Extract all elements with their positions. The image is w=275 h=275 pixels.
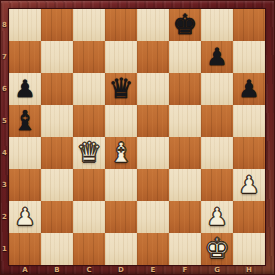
file-label-e: E — [137, 265, 169, 275]
square-e5[interactable] — [137, 105, 169, 137]
square-b5[interactable] — [41, 105, 73, 137]
square-c1[interactable] — [73, 233, 105, 265]
square-f8[interactable]: ♚ — [169, 9, 201, 41]
square-f7[interactable] — [169, 41, 201, 73]
square-g4[interactable] — [201, 137, 233, 169]
square-f4[interactable] — [169, 137, 201, 169]
square-f3[interactable] — [169, 169, 201, 201]
piece-white-king[interactable]: ♚ — [201, 233, 233, 265]
square-h4[interactable] — [233, 137, 265, 169]
square-a1[interactable] — [9, 233, 41, 265]
square-h1[interactable] — [233, 233, 265, 265]
square-e8[interactable] — [137, 9, 169, 41]
square-d7[interactable] — [105, 41, 137, 73]
square-e1[interactable] — [137, 233, 169, 265]
piece-white-pawn[interactable]: ♟ — [9, 201, 41, 233]
piece-black-queen[interactable]: ♛ — [105, 73, 137, 105]
rank-labels: 87654321 — [0, 9, 9, 265]
file-label-c: C — [73, 265, 105, 275]
square-a7[interactable] — [9, 41, 41, 73]
rank-label-1: 1 — [0, 233, 9, 265]
chess-board-window: ♚♟♟♛♟♝♛♝♟♟♟♚ 87654321 ABCDEFGH — [0, 0, 275, 275]
square-h7[interactable] — [233, 41, 265, 73]
square-b6[interactable] — [41, 73, 73, 105]
file-label-f: F — [169, 265, 201, 275]
square-c6[interactable] — [73, 73, 105, 105]
square-c7[interactable] — [73, 41, 105, 73]
square-g1[interactable]: ♚ — [201, 233, 233, 265]
square-d6[interactable]: ♛ — [105, 73, 137, 105]
square-h2[interactable] — [233, 201, 265, 233]
square-a8[interactable] — [9, 9, 41, 41]
square-b3[interactable] — [41, 169, 73, 201]
file-label-g: G — [201, 265, 233, 275]
square-a6[interactable]: ♟ — [9, 73, 41, 105]
square-d5[interactable] — [105, 105, 137, 137]
square-d1[interactable] — [105, 233, 137, 265]
square-c5[interactable] — [73, 105, 105, 137]
rank-label-8: 8 — [0, 9, 9, 41]
square-a3[interactable] — [9, 169, 41, 201]
square-b1[interactable] — [41, 233, 73, 265]
square-e3[interactable] — [137, 169, 169, 201]
square-b4[interactable] — [41, 137, 73, 169]
rank-label-6: 6 — [0, 73, 9, 105]
file-label-h: H — [233, 265, 265, 275]
square-g3[interactable] — [201, 169, 233, 201]
square-c8[interactable] — [73, 9, 105, 41]
rank-label-2: 2 — [0, 201, 9, 233]
file-label-d: D — [105, 265, 137, 275]
square-b8[interactable] — [41, 9, 73, 41]
square-f5[interactable] — [169, 105, 201, 137]
square-d3[interactable] — [105, 169, 137, 201]
square-e2[interactable] — [137, 201, 169, 233]
square-c2[interactable] — [73, 201, 105, 233]
square-d2[interactable] — [105, 201, 137, 233]
piece-black-pawn[interactable]: ♟ — [201, 41, 233, 73]
square-g2[interactable]: ♟ — [201, 201, 233, 233]
file-labels: ABCDEFGH — [9, 265, 265, 275]
square-h5[interactable] — [233, 105, 265, 137]
piece-black-king[interactable]: ♚ — [169, 9, 201, 41]
piece-black-bishop[interactable]: ♝ — [9, 105, 41, 137]
square-b2[interactable] — [41, 201, 73, 233]
square-g5[interactable] — [201, 105, 233, 137]
square-f1[interactable] — [169, 233, 201, 265]
piece-white-pawn[interactable]: ♟ — [233, 169, 265, 201]
piece-black-pawn[interactable]: ♟ — [9, 73, 41, 105]
piece-white-queen[interactable]: ♛ — [73, 137, 105, 169]
square-h3[interactable]: ♟ — [233, 169, 265, 201]
rank-label-7: 7 — [0, 41, 9, 73]
piece-black-pawn[interactable]: ♟ — [233, 73, 265, 105]
square-a5[interactable]: ♝ — [9, 105, 41, 137]
square-f2[interactable] — [169, 201, 201, 233]
square-g7[interactable]: ♟ — [201, 41, 233, 73]
square-a2[interactable]: ♟ — [9, 201, 41, 233]
rank-label-3: 3 — [0, 169, 9, 201]
square-c3[interactable] — [73, 169, 105, 201]
square-e6[interactable] — [137, 73, 169, 105]
square-f6[interactable] — [169, 73, 201, 105]
square-h8[interactable] — [233, 9, 265, 41]
square-e4[interactable] — [137, 137, 169, 169]
file-label-b: B — [41, 265, 73, 275]
board: ♚♟♟♛♟♝♛♝♟♟♟♚ — [9, 9, 265, 265]
square-c4[interactable]: ♛ — [73, 137, 105, 169]
rank-label-4: 4 — [0, 137, 9, 169]
piece-white-pawn[interactable]: ♟ — [201, 201, 233, 233]
square-d8[interactable] — [105, 9, 137, 41]
square-h6[interactable]: ♟ — [233, 73, 265, 105]
rank-label-5: 5 — [0, 105, 9, 137]
square-g6[interactable] — [201, 73, 233, 105]
square-a4[interactable] — [9, 137, 41, 169]
piece-white-bishop[interactable]: ♝ — [105, 137, 137, 169]
square-d4[interactable]: ♝ — [105, 137, 137, 169]
file-label-a: A — [9, 265, 41, 275]
square-e7[interactable] — [137, 41, 169, 73]
square-b7[interactable] — [41, 41, 73, 73]
square-g8[interactable] — [201, 9, 233, 41]
